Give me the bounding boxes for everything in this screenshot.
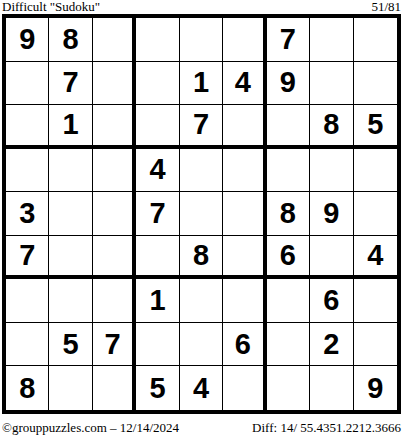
cell-r4c8[interactable] <box>310 149 353 193</box>
cell-r5c5[interactable] <box>180 192 223 236</box>
cell-r5c4[interactable]: 7 <box>136 192 179 236</box>
cell-r1c6[interactable] <box>223 18 266 62</box>
cell-r8c2[interactable]: 5 <box>49 323 92 367</box>
cell-r8c3[interactable]: 7 <box>93 323 136 367</box>
cell-r1c9[interactable] <box>354 18 397 62</box>
cell-r3c3[interactable] <box>93 105 136 149</box>
cell-r5c9[interactable] <box>354 192 397 236</box>
sudoku-grid: 987714917854378978641657628549 <box>2 14 401 414</box>
cell-r1c5[interactable] <box>180 18 223 62</box>
cell-r8c8[interactable]: 2 <box>310 323 353 367</box>
cell-r1c7[interactable]: 7 <box>267 18 310 62</box>
cell-r2c9[interactable] <box>354 62 397 106</box>
cell-r8c9[interactable] <box>354 323 397 367</box>
cell-r7c1[interactable] <box>6 279 49 323</box>
cell-r7c2[interactable] <box>49 279 92 323</box>
cell-r1c2[interactable]: 8 <box>49 18 92 62</box>
cell-r9c6[interactable] <box>223 366 266 410</box>
cell-r7c7[interactable] <box>267 279 310 323</box>
cell-r2c6[interactable]: 4 <box>223 62 266 106</box>
cell-r6c4[interactable] <box>136 236 179 280</box>
cell-r1c3[interactable] <box>93 18 136 62</box>
cell-r5c8[interactable]: 9 <box>310 192 353 236</box>
cell-r4c5[interactable] <box>180 149 223 193</box>
cell-r1c8[interactable] <box>310 18 353 62</box>
cell-r9c8[interactable] <box>310 366 353 410</box>
cell-r4c1[interactable] <box>6 149 49 193</box>
cell-r6c8[interactable] <box>310 236 353 280</box>
cell-r4c7[interactable] <box>267 149 310 193</box>
cell-r8c1[interactable] <box>6 323 49 367</box>
cell-r3c7[interactable] <box>267 105 310 149</box>
cell-r3c1[interactable] <box>6 105 49 149</box>
cell-r9c4[interactable]: 5 <box>136 366 179 410</box>
cell-r3c9[interactable]: 5 <box>354 105 397 149</box>
cell-r2c5[interactable]: 1 <box>180 62 223 106</box>
cell-r6c7[interactable]: 6 <box>267 236 310 280</box>
cell-r9c2[interactable] <box>49 366 92 410</box>
cell-r7c9[interactable] <box>354 279 397 323</box>
cell-r4c9[interactable] <box>354 149 397 193</box>
cell-r2c8[interactable] <box>310 62 353 106</box>
cell-r9c1[interactable]: 8 <box>6 366 49 410</box>
cell-r2c2[interactable]: 7 <box>49 62 92 106</box>
cell-r6c2[interactable] <box>49 236 92 280</box>
remaining-cells-counter: 51/81 <box>371 0 401 13</box>
cell-r9c5[interactable]: 4 <box>180 366 223 410</box>
cell-r7c8[interactable]: 6 <box>310 279 353 323</box>
cell-r6c5[interactable]: 8 <box>180 236 223 280</box>
cell-r4c4[interactable]: 4 <box>136 149 179 193</box>
cell-r5c3[interactable] <box>93 192 136 236</box>
cell-r5c1[interactable]: 3 <box>6 192 49 236</box>
cell-r3c8[interactable]: 8 <box>310 105 353 149</box>
cell-r3c5[interactable]: 7 <box>180 105 223 149</box>
cell-r3c2[interactable]: 1 <box>49 105 92 149</box>
page-header: Difficult "Sudoku" 51/81 <box>0 0 403 14</box>
cell-r6c3[interactable] <box>93 236 136 280</box>
cell-r2c1[interactable] <box>6 62 49 106</box>
cell-r7c3[interactable] <box>93 279 136 323</box>
cell-r4c3[interactable] <box>93 149 136 193</box>
cell-r6c9[interactable]: 4 <box>354 236 397 280</box>
cell-r5c7[interactable]: 8 <box>267 192 310 236</box>
difficulty-text: Diff: 14/ 55.4351.2212.3666 <box>252 420 401 435</box>
cell-r4c2[interactable] <box>49 149 92 193</box>
cell-r1c1[interactable]: 9 <box>6 18 49 62</box>
cell-r9c3[interactable] <box>93 366 136 410</box>
cell-r6c6[interactable] <box>223 236 266 280</box>
cell-r2c4[interactable] <box>136 62 179 106</box>
cell-r9c9[interactable]: 9 <box>354 366 397 410</box>
cell-r8c6[interactable]: 6 <box>223 323 266 367</box>
cell-r8c4[interactable] <box>136 323 179 367</box>
cell-r8c5[interactable] <box>180 323 223 367</box>
cell-r3c4[interactable] <box>136 105 179 149</box>
cell-r4c6[interactable] <box>223 149 266 193</box>
cell-r9c7[interactable] <box>267 366 310 410</box>
cell-r6c1[interactable]: 7 <box>6 236 49 280</box>
cell-r2c3[interactable] <box>93 62 136 106</box>
cell-r2c7[interactable]: 9 <box>267 62 310 106</box>
cell-r8c7[interactable] <box>267 323 310 367</box>
cell-r3c6[interactable] <box>223 105 266 149</box>
cell-r7c6[interactable] <box>223 279 266 323</box>
cell-r5c6[interactable] <box>223 192 266 236</box>
cell-r1c4[interactable] <box>136 18 179 62</box>
copyright-text: ©grouppuzzles.com – 12/14/2024 <box>2 420 179 435</box>
cell-r7c4[interactable]: 1 <box>136 279 179 323</box>
puzzle-title: Difficult "Sudoku" <box>2 0 100 13</box>
page-footer: ©grouppuzzles.com – 12/14/2024 Diff: 14/… <box>0 420 403 435</box>
cell-r5c2[interactable] <box>49 192 92 236</box>
cell-r7c5[interactable] <box>180 279 223 323</box>
